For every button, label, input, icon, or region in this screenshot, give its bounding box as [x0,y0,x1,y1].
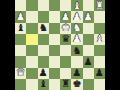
square-h5[interactable]: ♝ [94,34,105,45]
piece-white-rook-h8[interactable]: ♜ [95,0,104,10]
square-h1[interactable] [94,79,105,90]
piece-white-queen-a2[interactable]: ♛ [16,68,25,78]
left-letterbox-bar [0,0,15,90]
piece-black-pawn-g3[interactable]: ♟ [84,56,93,66]
piece-black-pawn-h2[interactable]: ♟ [95,68,104,78]
square-c3[interactable] [38,56,49,67]
piece-black-rook-e1[interactable]: ♜ [61,79,70,89]
square-b3[interactable] [26,56,37,67]
piece-black-pawn-f2[interactable]: ♟ [72,68,81,78]
piece-white-pawn-a7[interactable]: ♟ [16,11,25,21]
square-e4[interactable] [60,45,71,56]
square-d3[interactable] [49,56,60,67]
square-a7[interactable]: ♟ [15,11,26,22]
chess-board[interactable]: ♝♜♟♟♟♟♝♞♚♞♛♟♝♞♟♛♟♟♟♝♜♚ [15,0,105,90]
piece-white-knight-f6[interactable]: ♞ [72,23,81,33]
square-f7[interactable]: ♟ [71,11,82,22]
square-d7[interactable] [49,11,60,22]
piece-white-pawn-f7[interactable]: ♟ [72,11,81,21]
piece-black-knight-c6[interactable]: ♞ [39,23,48,33]
square-h4[interactable] [94,45,105,56]
square-b2[interactable] [26,68,37,79]
piece-white-king-e6[interactable]: ♚ [61,23,70,33]
square-h2[interactable]: ♟ [94,68,105,79]
square-f1[interactable]: ♚ [71,79,82,90]
right-letterbox-bar [105,0,120,90]
square-g3[interactable]: ♟ [83,56,94,67]
square-a5[interactable] [15,34,26,45]
square-h8[interactable]: ♜ [94,0,105,11]
square-d8[interactable] [49,0,60,11]
square-f5[interactable]: ♟ [71,34,82,45]
square-d5[interactable] [49,34,60,45]
square-a4[interactable] [15,45,26,56]
square-f4[interactable]: ♞ [71,45,82,56]
piece-white-bishop-f8[interactable]: ♝ [72,0,81,10]
square-a8[interactable] [15,0,26,11]
piece-white-bishop-h5[interactable]: ♝ [95,34,104,44]
square-e2[interactable] [60,68,71,79]
square-d1[interactable] [49,79,60,90]
screenshot-stage: ♝♜♟♟♟♟♝♞♚♞♛♟♝♞♟♛♟♟♟♝♜♚ [0,0,120,90]
square-g5[interactable] [83,34,94,45]
square-a2[interactable]: ♛ [15,68,26,79]
piece-black-bishop-a6[interactable]: ♝ [16,23,25,33]
square-f3[interactable] [71,56,82,67]
piece-black-pawn-c2[interactable]: ♟ [39,68,48,78]
square-e7[interactable]: ♟ [60,11,71,22]
square-a6[interactable]: ♝ [15,23,26,34]
piece-black-knight-f4[interactable]: ♞ [72,45,81,55]
square-a3[interactable] [15,56,26,67]
square-g2[interactable] [83,68,94,79]
square-b6[interactable] [26,23,37,34]
square-c1[interactable]: ♝ [38,79,49,90]
square-c6[interactable]: ♞ [38,23,49,34]
square-h3[interactable] [94,56,105,67]
piece-white-pawn-f5[interactable]: ♟ [72,34,81,44]
square-b7[interactable] [26,11,37,22]
square-f6[interactable]: ♞ [71,23,82,34]
square-e6[interactable]: ♚ [60,23,71,34]
square-f8[interactable]: ♝ [71,0,82,11]
square-g6[interactable] [83,23,94,34]
square-c5[interactable] [38,34,49,45]
square-c2[interactable]: ♟ [38,68,49,79]
square-a1[interactable] [15,79,26,90]
square-c4[interactable] [38,45,49,56]
square-h6[interactable] [94,23,105,34]
piece-black-bishop-c1[interactable]: ♝ [39,79,48,89]
square-d6[interactable] [49,23,60,34]
square-g7[interactable]: ♟ [83,11,94,22]
square-f2[interactable]: ♟ [71,68,82,79]
square-d4[interactable] [49,45,60,56]
piece-white-pawn-g7[interactable]: ♟ [84,11,93,21]
piece-black-queen-e5[interactable]: ♛ [61,34,70,44]
piece-white-pawn-e7[interactable]: ♟ [61,11,70,21]
square-e3[interactable] [60,56,71,67]
square-g4[interactable] [83,45,94,56]
square-e8[interactable] [60,0,71,11]
square-g8[interactable] [83,0,94,11]
square-c8[interactable] [38,0,49,11]
square-c7[interactable] [38,11,49,22]
piece-black-king-f1[interactable]: ♚ [72,79,81,89]
square-e1[interactable]: ♜ [60,79,71,90]
square-b1[interactable] [26,79,37,90]
square-b5[interactable] [26,34,37,45]
square-e5[interactable]: ♛ [60,34,71,45]
square-h7[interactable] [94,11,105,22]
square-b8[interactable] [26,0,37,11]
square-b4[interactable] [26,45,37,56]
square-g1[interactable] [83,79,94,90]
square-d2[interactable] [49,68,60,79]
